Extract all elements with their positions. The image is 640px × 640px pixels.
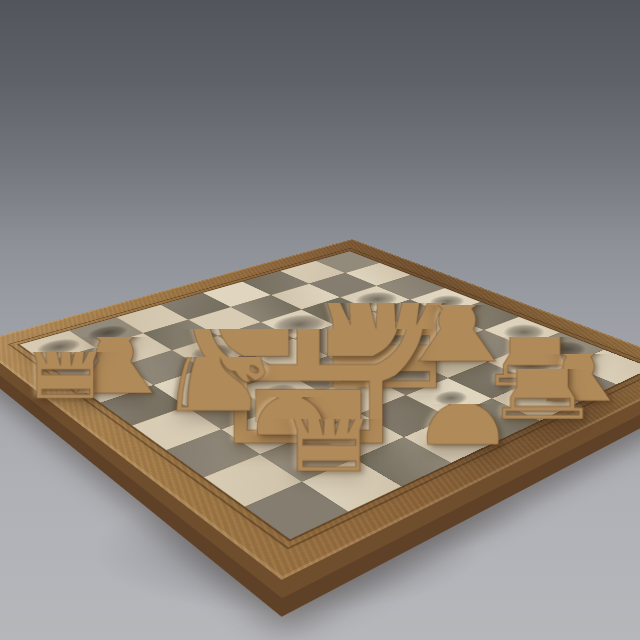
- photo-backdrop: ♛♝♞♚♛♝♟♛♜♟♜♝ 3D rendered wooden Staunton…: [0, 0, 640, 640]
